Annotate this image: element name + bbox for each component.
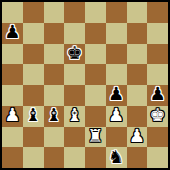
square-a5[interactable] — [2, 64, 23, 85]
square-b7[interactable] — [23, 23, 44, 44]
square-c6[interactable] — [44, 44, 65, 65]
square-h4[interactable]: ♟ — [147, 85, 168, 106]
square-h5[interactable] — [147, 64, 168, 85]
square-d7[interactable] — [64, 23, 85, 44]
square-f1[interactable]: ♞ — [106, 147, 127, 168]
white-rook-icon: ♜ — [87, 127, 103, 145]
square-a7[interactable]: ♟ — [2, 23, 23, 44]
square-f7[interactable] — [106, 23, 127, 44]
square-g6[interactable] — [127, 44, 148, 65]
square-f6[interactable] — [106, 44, 127, 65]
square-h1[interactable] — [147, 147, 168, 168]
square-d8[interactable] — [64, 2, 85, 23]
square-e6[interactable] — [85, 44, 106, 65]
square-a2[interactable] — [2, 127, 23, 148]
square-d5[interactable] — [64, 64, 85, 85]
white-pawn-icon: ♟ — [4, 106, 20, 124]
square-h2[interactable] — [147, 127, 168, 148]
square-f3[interactable]: ♟ — [106, 106, 127, 127]
black-pawn-icon: ♟ — [108, 85, 124, 103]
square-c7[interactable] — [44, 23, 65, 44]
white-king-icon: ♚ — [150, 106, 166, 124]
black-bishop-icon: ♝ — [25, 106, 41, 124]
square-a4[interactable] — [2, 85, 23, 106]
square-e7[interactable] — [85, 23, 106, 44]
square-h7[interactable] — [147, 23, 168, 44]
square-f2[interactable] — [106, 127, 127, 148]
square-e8[interactable] — [85, 2, 106, 23]
black-pawn-icon: ♟ — [4, 23, 20, 41]
square-g8[interactable] — [127, 2, 148, 23]
black-pawn-icon: ♟ — [150, 85, 166, 103]
square-c2[interactable] — [44, 127, 65, 148]
square-g4[interactable] — [127, 85, 148, 106]
square-h8[interactable] — [147, 2, 168, 23]
square-b1[interactable] — [23, 147, 44, 168]
square-a1[interactable] — [2, 147, 23, 168]
black-king-icon: ♚ — [67, 44, 83, 62]
square-d1[interactable] — [64, 147, 85, 168]
square-c8[interactable] — [44, 2, 65, 23]
square-b4[interactable] — [23, 85, 44, 106]
square-d6[interactable]: ♚ — [64, 44, 85, 65]
square-g1[interactable] — [127, 147, 148, 168]
white-pawn-icon: ♟ — [129, 127, 145, 145]
square-e3[interactable] — [85, 106, 106, 127]
black-bishop-icon: ♝ — [46, 106, 62, 124]
square-f5[interactable] — [106, 64, 127, 85]
black-knight-icon: ♞ — [108, 148, 124, 166]
square-c5[interactable] — [44, 64, 65, 85]
square-e2[interactable]: ♜ — [85, 127, 106, 148]
square-b5[interactable] — [23, 64, 44, 85]
square-b8[interactable] — [23, 2, 44, 23]
square-b3[interactable]: ♝ — [23, 106, 44, 127]
square-g3[interactable] — [127, 106, 148, 127]
square-b2[interactable] — [23, 127, 44, 148]
square-h3[interactable]: ♚ — [147, 106, 168, 127]
square-g5[interactable] — [127, 64, 148, 85]
square-f8[interactable] — [106, 2, 127, 23]
chess-board: ♟♚♟♟♟♝♝♝♟♚♜♟♞ — [2, 2, 168, 168]
square-b6[interactable] — [23, 44, 44, 65]
square-g2[interactable]: ♟ — [127, 127, 148, 148]
square-c4[interactable] — [44, 85, 65, 106]
square-e1[interactable] — [85, 147, 106, 168]
square-d2[interactable] — [64, 127, 85, 148]
square-e4[interactable] — [85, 85, 106, 106]
square-e5[interactable] — [85, 64, 106, 85]
square-a3[interactable]: ♟ — [2, 106, 23, 127]
white-bishop-icon: ♝ — [67, 106, 83, 124]
square-c1[interactable] — [44, 147, 65, 168]
square-g7[interactable] — [127, 23, 148, 44]
square-d4[interactable] — [64, 85, 85, 106]
square-a8[interactable] — [2, 2, 23, 23]
square-f4[interactable]: ♟ — [106, 85, 127, 106]
square-h6[interactable] — [147, 44, 168, 65]
square-d3[interactable]: ♝ — [64, 106, 85, 127]
white-pawn-icon: ♟ — [108, 106, 124, 124]
square-c3[interactable]: ♝ — [44, 106, 65, 127]
square-a6[interactable] — [2, 44, 23, 65]
chess-board-frame: ♟♚♟♟♟♝♝♝♟♚♜♟♞ — [0, 0, 170, 170]
